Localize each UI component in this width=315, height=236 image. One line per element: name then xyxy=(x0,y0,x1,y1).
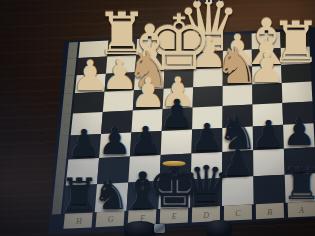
chess-photo-scene: 12345678HGFEDCBA ♚♛♜♜♝♝♞♞♟♟♟♟♟♟♟♚♛♜♜♝♞♞♟… xyxy=(0,0,315,236)
file-label-c: C xyxy=(235,209,241,218)
piece-black-rook-a8[interactable]: ♜ xyxy=(279,162,315,207)
offboard-piece-2 xyxy=(206,220,232,236)
piece-black-rook-h8[interactable]: ♜ xyxy=(57,173,102,218)
board-clasp-icon xyxy=(154,224,165,233)
file-label-b: B xyxy=(267,208,272,217)
piece-white-knight-c3[interactable]: ♞ xyxy=(212,41,262,91)
piece-white-pawn-h3[interactable]: ♟ xyxy=(69,55,111,97)
offboard-piece-1 xyxy=(124,221,156,236)
piece-black-pawn-h6[interactable]: ♟ xyxy=(65,125,102,162)
